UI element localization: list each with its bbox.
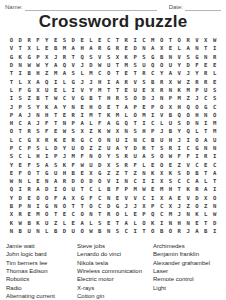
grid-cell-r16c13[interactable]: S (113, 160, 122, 168)
grid-cell-r6c14[interactable]: R (122, 77, 131, 85)
grid-cell-r17c13[interactable]: Z (113, 169, 122, 177)
grid-cell-r12c15[interactable]: S (131, 127, 140, 135)
grid-cell-r11c21[interactable]: D (184, 119, 193, 127)
grid-cell-r2c23[interactable]: T (201, 44, 210, 52)
grid-cell-r17c10[interactable]: X (86, 169, 95, 177)
grid-cell-r20c12[interactable]: N (104, 194, 113, 202)
grid-cell-r18c15[interactable]: C (131, 177, 140, 185)
grid-cell-r3c22[interactable]: G (192, 53, 201, 61)
grid-cell-r7c5[interactable]: U (42, 86, 51, 94)
grid-cell-r5c19[interactable]: A (166, 69, 175, 77)
grid-cell-r9c11[interactable]: O (95, 102, 104, 110)
grid-cell-r24c11[interactable]: B (95, 227, 104, 235)
grid-cell-r22c16[interactable]: P (139, 210, 148, 218)
grid-cell-r5c7[interactable]: A (60, 69, 69, 77)
grid-cell-r4c1[interactable]: D (7, 61, 16, 69)
grid-cell-r11c24[interactable]: M (210, 119, 219, 127)
grid-cell-r5c6[interactable]: M (51, 69, 60, 77)
grid-cell-r19c14[interactable]: P (122, 185, 131, 193)
grid-cell-r6c18[interactable]: R (157, 77, 166, 85)
grid-cell-r17c5[interactable]: G (42, 169, 51, 177)
grid-cell-r8c18[interactable]: N (157, 94, 166, 102)
grid-cell-r4c5[interactable]: Y (42, 61, 51, 69)
grid-cell-r16c7[interactable]: K (60, 160, 69, 168)
grid-cell-r16c18[interactable]: O (157, 160, 166, 168)
grid-cell-r20c4[interactable]: O (33, 194, 42, 202)
grid-cell-r22c14[interactable]: L (122, 210, 131, 218)
grid-cell-r7c13[interactable]: T (113, 86, 122, 94)
grid-cell-r13c12[interactable]: N (104, 136, 113, 144)
grid-cell-r11c15[interactable]: T (131, 119, 140, 127)
grid-cell-r12c4[interactable]: S (33, 127, 42, 135)
grid-cell-r17c11[interactable]: G (95, 169, 104, 177)
grid-cell-r17c8[interactable]: B (69, 169, 78, 177)
grid-cell-r8c5[interactable]: T (42, 94, 51, 102)
grid-cell-r6c24[interactable]: E (210, 77, 219, 85)
grid-cell-r12c8[interactable]: S (69, 127, 78, 135)
grid-cell-r21c19[interactable]: X (166, 202, 175, 210)
grid-cell-r24c7[interactable]: D (60, 227, 69, 235)
grid-cell-r4c16[interactable]: U (139, 61, 148, 69)
grid-cell-r2c7[interactable]: M (60, 44, 69, 52)
grid-cell-r22c11[interactable]: T (95, 210, 104, 218)
grid-cell-r13c24[interactable]: U (210, 136, 219, 144)
grid-cell-r20c6[interactable]: F (51, 194, 60, 202)
grid-cell-r5c21[interactable]: J (184, 69, 193, 77)
grid-cell-r7c12[interactable]: T (104, 86, 113, 94)
grid-cell-r2c15[interactable]: D (131, 44, 140, 52)
grid-cell-r4c10[interactable]: D (86, 61, 95, 69)
grid-cell-r10c14[interactable]: L (122, 111, 131, 119)
grid-cell-r9c9[interactable]: E (78, 102, 87, 110)
grid-cell-r2c14[interactable]: E (122, 44, 131, 52)
grid-cell-r16c9[interactable]: W (78, 160, 87, 168)
grid-cell-r23c3[interactable]: B (25, 219, 34, 227)
grid-cell-r7c8[interactable]: I (69, 86, 78, 94)
grid-cell-r19c3[interactable]: R (25, 185, 34, 193)
grid-cell-r4c12[interactable]: U (104, 61, 113, 69)
grid-cell-r21c23[interactable]: Z (201, 202, 210, 210)
grid-cell-r18c13[interactable]: I (113, 177, 122, 185)
grid-cell-r2c13[interactable]: R (113, 44, 122, 52)
grid-cell-r10c6[interactable]: T (51, 111, 60, 119)
grid-cell-r13c8[interactable]: R (69, 136, 78, 144)
grid-cell-r4c4[interactable]: W (33, 61, 42, 69)
grid-cell-r9c12[interactable]: E (104, 102, 113, 110)
grid-cell-r10c19[interactable]: B (166, 111, 175, 119)
grid-cell-r9c17[interactable]: P (148, 102, 157, 110)
grid-cell-r6c9[interactable]: J (78, 77, 87, 85)
grid-cell-r2c24[interactable]: I (210, 44, 219, 52)
grid-cell-r11c18[interactable]: L (157, 119, 166, 127)
grid-cell-r15c1[interactable]: S (7, 152, 16, 160)
grid-cell-r14c23[interactable]: N (201, 144, 210, 152)
grid-cell-r13c21[interactable]: I (184, 136, 193, 144)
grid-cell-r21c9[interactable]: T (78, 202, 87, 210)
grid-cell-r1c14[interactable]: R (122, 36, 131, 44)
grid-cell-r15c24[interactable]: I (210, 152, 219, 160)
grid-cell-r24c22[interactable]: A (192, 227, 201, 235)
grid-cell-r10c18[interactable]: V (157, 111, 166, 119)
grid-cell-r13c7[interactable]: E (60, 136, 69, 144)
grid-cell-r1c22[interactable]: V (192, 36, 201, 44)
grid-cell-r22c20[interactable]: J (175, 210, 184, 218)
grid-cell-r20c8[interactable]: X (69, 194, 78, 202)
grid-cell-r23c11[interactable]: S (95, 219, 104, 227)
grid-cell-r6c5[interactable]: Q (42, 77, 51, 85)
grid-cell-r11c1[interactable]: H (7, 119, 16, 127)
grid-cell-r4c14[interactable]: M (122, 61, 131, 69)
grid-cell-r22c10[interactable]: N (86, 210, 95, 218)
grid-cell-r14c1[interactable]: P (7, 144, 16, 152)
grid-cell-r23c22[interactable]: E (192, 219, 201, 227)
grid-cell-r5c8[interactable]: S (69, 69, 78, 77)
grid-cell-r10c20[interactable]: Q (175, 111, 184, 119)
grid-cell-r5c1[interactable]: T (7, 69, 16, 77)
grid-cell-r3c15[interactable]: P (131, 53, 140, 61)
grid-cell-r8c7[interactable]: C (60, 94, 69, 102)
grid-cell-r8c21[interactable]: Z (184, 94, 193, 102)
grid-cell-r2c22[interactable]: N (192, 44, 201, 52)
grid-cell-r18c19[interactable]: S (166, 177, 175, 185)
grid-cell-r24c1[interactable]: N (7, 227, 16, 235)
grid-cell-r5c24[interactable]: L (210, 69, 219, 77)
grid-cell-r24c9[interactable]: O (78, 227, 87, 235)
grid-cell-r3c4[interactable]: P (33, 53, 42, 61)
grid-cell-r3c3[interactable]: G (25, 53, 34, 61)
grid-cell-r10c16[interactable]: M (139, 111, 148, 119)
grid-cell-r13c3[interactable]: G (25, 136, 34, 144)
grid-cell-r15c21[interactable]: F (184, 152, 193, 160)
grid-cell-r8c15[interactable]: O (131, 94, 140, 102)
grid-cell-r10c1[interactable]: P (7, 111, 16, 119)
grid-cell-r1c17[interactable]: M (148, 36, 157, 44)
grid-cell-r20c10[interactable]: F (86, 194, 95, 202)
grid-cell-r11c5[interactable]: F (42, 119, 51, 127)
grid-cell-r6c6[interactable]: I (51, 77, 60, 85)
grid-cell-r9c19[interactable]: X (166, 102, 175, 110)
grid-cell-r3c18[interactable]: B (157, 53, 166, 61)
grid-cell-r1c3[interactable]: R (25, 36, 34, 44)
grid-cell-r21c24[interactable]: N (210, 202, 219, 210)
grid-cell-r17c20[interactable]: S (175, 169, 184, 177)
grid-cell-r12c1[interactable]: O (7, 127, 16, 135)
grid-cell-r11c10[interactable]: L (86, 119, 95, 127)
grid-cell-r4c3[interactable]: W (25, 61, 34, 69)
grid-cell-r10c21[interactable]: O (184, 111, 193, 119)
grid-cell-r16c6[interactable]: S (51, 160, 60, 168)
grid-cell-r3c13[interactable]: X (113, 53, 122, 61)
grid-cell-r18c7[interactable]: R (60, 177, 69, 185)
grid-cell-r24c2[interactable]: B (16, 227, 25, 235)
grid-cell-r1c24[interactable]: W (210, 36, 219, 44)
grid-cell-r11c4[interactable]: J (33, 119, 42, 127)
grid-cell-r24c12[interactable]: N (104, 227, 113, 235)
grid-cell-r19c13[interactable]: F (113, 185, 122, 193)
grid-cell-r13c19[interactable]: H (166, 136, 175, 144)
grid-cell-r16c14[interactable]: R (122, 160, 131, 168)
grid-cell-r16c12[interactable]: X (104, 160, 113, 168)
grid-cell-r21c1[interactable]: B (7, 202, 16, 210)
grid-cell-r18c12[interactable]: V (104, 177, 113, 185)
grid-cell-r7c17[interactable]: X (148, 86, 157, 94)
grid-cell-r2c5[interactable]: E (42, 44, 51, 52)
grid-cell-r15c7[interactable]: J (60, 152, 69, 160)
grid-cell-r17c12[interactable]: Z (104, 169, 113, 177)
grid-cell-r3c16[interactable]: S (139, 53, 148, 61)
grid-cell-r5c5[interactable]: Z (42, 69, 51, 77)
grid-cell-r16c11[interactable]: D (95, 160, 104, 168)
grid-cell-r8c22[interactable]: J (192, 94, 201, 102)
grid-cell-r2c12[interactable]: G (104, 44, 113, 52)
grid-cell-r1c13[interactable]: T (113, 36, 122, 44)
grid-cell-r20c9[interactable]: G (78, 194, 87, 202)
grid-cell-r15c4[interactable]: H (33, 152, 42, 160)
grid-cell-r7c19[interactable]: N (166, 86, 175, 94)
grid-cell-r11c8[interactable]: P (69, 119, 78, 127)
grid-cell-r20c1[interactable]: Y (7, 194, 16, 202)
grid-cell-r4c17[interactable]: Q (148, 61, 157, 69)
grid-cell-r7c23[interactable]: U (201, 86, 210, 94)
grid-cell-r18c17[interactable]: I (148, 177, 157, 185)
grid-cell-r1c11[interactable]: E (95, 36, 104, 44)
grid-cell-r14c13[interactable]: A (113, 144, 122, 152)
grid-cell-r23c18[interactable]: I (157, 219, 166, 227)
grid-cell-r18c11[interactable]: O (95, 177, 104, 185)
grid-cell-r21c16[interactable]: X (139, 202, 148, 210)
grid-cell-r9c15[interactable]: P (131, 102, 140, 110)
grid-cell-r23c2[interactable]: W (16, 219, 25, 227)
grid-cell-r15c2[interactable]: C (16, 152, 25, 160)
grid-cell-r11c13[interactable]: G (113, 119, 122, 127)
grid-cell-r20c2[interactable]: D (16, 194, 25, 202)
grid-cell-r12c19[interactable]: B (166, 127, 175, 135)
grid-cell-r2c1[interactable]: V (7, 44, 16, 52)
grid-cell-r13c22[interactable]: O (192, 136, 201, 144)
grid-cell-r4c8[interactable]: V (69, 61, 78, 69)
grid-cell-r11c20[interactable]: S (175, 119, 184, 127)
grid-cell-r10c17[interactable]: I (148, 111, 157, 119)
grid-cell-r23c5[interactable]: U (42, 219, 51, 227)
grid-cell-r21c7[interactable]: O (60, 202, 69, 210)
grid-cell-r19c18[interactable]: M (157, 185, 166, 193)
grid-cell-r8c20[interactable]: M (175, 94, 184, 102)
grid-cell-r6c1[interactable]: T (7, 77, 16, 85)
grid-cell-r9c6[interactable]: A (51, 102, 60, 110)
grid-cell-r4c19[interactable]: U (166, 61, 175, 69)
grid-cell-r6c11[interactable]: H (95, 77, 104, 85)
grid-cell-r3c20[interactable]: V (175, 53, 184, 61)
grid-cell-r16c19[interactable]: E (166, 160, 175, 168)
grid-cell-r3c10[interactable]: S (86, 53, 95, 61)
grid-cell-r24c6[interactable]: B (51, 227, 60, 235)
grid-cell-r15c15[interactable]: U (131, 152, 140, 160)
grid-cell-r16c24[interactable]: C (210, 160, 219, 168)
grid-cell-r19c1[interactable]: Q (7, 185, 16, 193)
grid-cell-r7c9[interactable]: V (78, 86, 87, 94)
grid-cell-r12c24[interactable]: M (210, 127, 219, 135)
grid-cell-r6c8[interactable]: G (69, 77, 78, 85)
grid-cell-r22c17[interactable]: Q (148, 210, 157, 218)
grid-cell-r12c3[interactable]: R (25, 127, 34, 135)
grid-cell-r8c17[interactable]: J (148, 94, 157, 102)
grid-cell-r6c3[interactable]: X (25, 77, 34, 85)
grid-cell-r5c10[interactable]: M (86, 69, 95, 77)
grid-cell-r16c21[interactable]: V (184, 160, 193, 168)
grid-cell-r24c24[interactable]: I (210, 227, 219, 235)
grid-cell-r23c8[interactable]: E (69, 219, 78, 227)
grid-cell-r3c14[interactable]: K (122, 53, 131, 61)
grid-cell-r8c4[interactable]: B (33, 94, 42, 102)
grid-cell-r20c11[interactable]: C (95, 194, 104, 202)
grid-cell-r10c5[interactable]: H (42, 111, 51, 119)
grid-cell-r11c19[interactable]: U (166, 119, 175, 127)
grid-cell-r16c17[interactable]: E (148, 160, 157, 168)
grid-cell-r19c6[interactable]: I (51, 185, 60, 193)
grid-cell-r5c12[interactable]: O (104, 69, 113, 77)
grid-cell-r18c16[interactable]: I (139, 177, 148, 185)
grid-cell-r3c12[interactable]: S (104, 53, 113, 61)
grid-cell-r4c15[interactable]: S (131, 61, 140, 69)
grid-cell-r22c22[interactable]: K (192, 210, 201, 218)
grid-cell-r13c6[interactable]: K (51, 136, 60, 144)
grid-cell-r22c6[interactable]: T (51, 210, 60, 218)
grid-cell-r17c22[interactable]: B (192, 169, 201, 177)
grid-cell-r22c8[interactable]: C (69, 210, 78, 218)
grid-cell-r14c9[interactable]: O (78, 144, 87, 152)
grid-cell-r14c24[interactable]: N (210, 144, 219, 152)
grid-cell-r22c23[interactable]: L (201, 210, 210, 218)
grid-cell-r11c6[interactable]: T (51, 119, 60, 127)
grid-cell-r7c22[interactable]: P (192, 86, 201, 94)
grid-cell-r19c20[interactable]: T (175, 185, 184, 193)
grid-cell-r24c18[interactable]: B (157, 227, 166, 235)
grid-cell-r19c15[interactable]: M (131, 185, 140, 193)
grid-cell-r14c20[interactable]: I (175, 144, 184, 152)
grid-cell-r24c14[interactable]: C (122, 227, 131, 235)
grid-cell-r13c5[interactable]: R (42, 136, 51, 144)
grid-cell-r18c6[interactable]: A (51, 177, 60, 185)
grid-cell-r7c16[interactable]: E (139, 86, 148, 94)
grid-cell-r15c14[interactable]: R (122, 152, 131, 160)
grid-cell-r20c5[interactable]: O (42, 194, 51, 202)
grid-cell-r19c5[interactable]: D (42, 185, 51, 193)
grid-cell-r1c20[interactable]: O (175, 36, 184, 44)
date-blank-field[interactable] (185, 4, 221, 11)
grid-cell-r24c15[interactable]: I (131, 227, 140, 235)
grid-cell-r21c8[interactable]: T (69, 202, 78, 210)
grid-cell-r1c10[interactable]: L (86, 36, 95, 44)
grid-cell-r23c7[interactable]: L (60, 219, 69, 227)
grid-cell-r6c22[interactable]: R (192, 77, 201, 85)
grid-cell-r15c17[interactable]: S (148, 152, 157, 160)
grid-cell-r13c11[interactable]: O (95, 136, 104, 144)
grid-cell-r7c20[interactable]: K (175, 86, 184, 94)
grid-cell-r23c17[interactable]: K (148, 219, 157, 227)
grid-cell-r19c17[interactable]: E (148, 185, 157, 193)
grid-cell-r20c15[interactable]: V (131, 194, 140, 202)
grid-cell-r7c4[interactable]: X (33, 86, 42, 94)
grid-cell-r18c2[interactable]: N (16, 177, 25, 185)
grid-cell-r19c8[interactable]: U (69, 185, 78, 193)
grid-cell-r13c4[interactable]: X (33, 136, 42, 144)
grid-cell-r2c8[interactable]: A (69, 44, 78, 52)
grid-cell-r18c18[interactable]: X (157, 177, 166, 185)
grid-cell-r14c4[interactable]: S (33, 144, 42, 152)
grid-cell-r14c16[interactable]: R (139, 144, 148, 152)
grid-cell-r20c18[interactable]: X (157, 194, 166, 202)
grid-cell-r3c9[interactable]: Q (78, 53, 87, 61)
grid-cell-r14c12[interactable]: U (104, 144, 113, 152)
grid-cell-r23c15[interactable]: L (131, 219, 140, 227)
grid-cell-r13c9[interactable]: G (78, 136, 87, 144)
grid-cell-r19c7[interactable]: O (60, 185, 69, 193)
grid-cell-r11c11[interactable]: F (95, 119, 104, 127)
grid-cell-r14c19[interactable]: R (166, 144, 175, 152)
grid-cell-r17c4[interactable]: T (33, 169, 42, 177)
grid-cell-r3c7[interactable]: R (60, 53, 69, 61)
grid-cell-r6c13[interactable]: A (113, 77, 122, 85)
grid-cell-r11c16[interactable]: I (139, 119, 148, 127)
grid-cell-r2c4[interactable]: L (33, 44, 42, 52)
grid-cell-r13c17[interactable]: B (148, 136, 157, 144)
grid-cell-r5c13[interactable]: T (113, 69, 122, 77)
grid-cell-r23c14[interactable]: A (122, 219, 131, 227)
grid-cell-r1c12[interactable]: C (104, 36, 113, 44)
grid-cell-r2c6[interactable]: B (51, 44, 60, 52)
grid-cell-r14c17[interactable]: T (148, 144, 157, 152)
grid-cell-r13c18[interactable]: U (157, 136, 166, 144)
grid-cell-r15c23[interactable]: R (201, 152, 210, 160)
grid-cell-r7c14[interactable]: E (122, 86, 131, 94)
grid-cell-r10c10[interactable]: M (86, 111, 95, 119)
grid-cell-r19c2[interactable]: I (16, 185, 25, 193)
grid-cell-r12c2[interactable]: T (16, 127, 25, 135)
grid-cell-r17c16[interactable]: N (139, 169, 148, 177)
grid-cell-r4c7[interactable]: Q (60, 61, 69, 69)
grid-cell-r12c13[interactable]: X (113, 127, 122, 135)
grid-cell-r4c23[interactable]: E (201, 61, 210, 69)
grid-cell-r20c14[interactable]: V (122, 194, 131, 202)
grid-cell-r9c18[interactable]: O (157, 102, 166, 110)
grid-cell-r7c24[interactable]: S (210, 86, 219, 94)
grid-cell-r22c4[interactable]: M (33, 210, 42, 218)
grid-cell-r24c23[interactable]: B (201, 227, 210, 235)
grid-cell-r14c10[interactable]: Z (86, 144, 95, 152)
grid-cell-r14c3[interactable]: P (25, 144, 34, 152)
grid-cell-r16c1[interactable]: Y (7, 160, 16, 168)
grid-cell-r16c8[interactable]: F (69, 160, 78, 168)
grid-cell-r18c4[interactable]: E (33, 177, 42, 185)
grid-cell-r9c22[interactable]: O (192, 102, 201, 110)
grid-cell-r19c24[interactable]: I (210, 185, 219, 193)
grid-cell-r1c7[interactable]: S (60, 36, 69, 44)
grid-cell-r21c22[interactable]: O (192, 202, 201, 210)
grid-cell-r17c18[interactable]: X (157, 169, 166, 177)
grid-cell-r15c19[interactable]: W (166, 152, 175, 160)
grid-cell-r24c8[interactable]: U (69, 227, 78, 235)
grid-cell-r11c3[interactable]: A (25, 119, 34, 127)
grid-cell-r11c22[interactable]: N (192, 119, 201, 127)
grid-cell-r7c11[interactable]: M (95, 86, 104, 94)
grid-cell-r12c10[interactable]: Z (86, 127, 95, 135)
grid-cell-r24c13[interactable]: S (113, 227, 122, 235)
grid-cell-r10c3[interactable]: J (25, 111, 34, 119)
grid-cell-r20c21[interactable]: V (184, 194, 193, 202)
grid-cell-r17c14[interactable]: T (122, 169, 131, 177)
grid-cell-r23c6[interactable]: Z (51, 219, 60, 227)
grid-cell-r5c18[interactable]: Y (157, 69, 166, 77)
